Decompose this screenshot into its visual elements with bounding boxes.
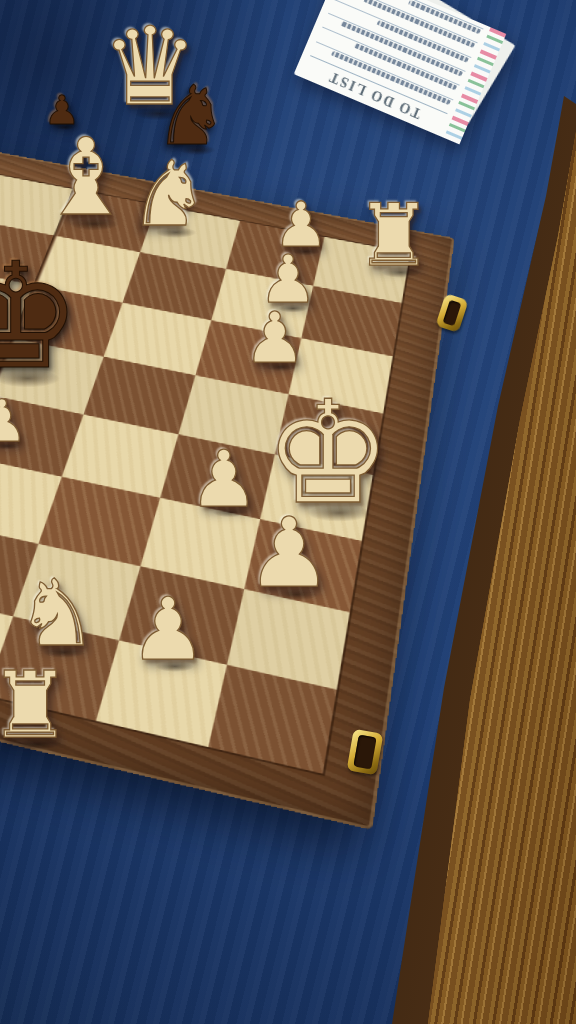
photo-chess-scene: ♛♟♞♝♞♟♜♟♟♚♟♚♟♟♞♟♜ TO DO LIST [0, 0, 576, 1024]
clasp-loop [443, 300, 462, 327]
clasp-loop [353, 735, 376, 770]
